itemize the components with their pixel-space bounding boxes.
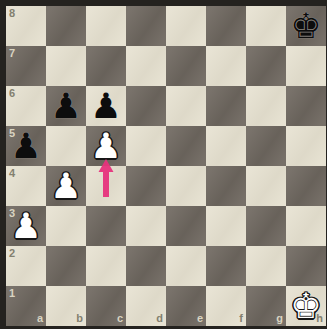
square-h8[interactable]: ♚ <box>286 6 326 46</box>
square-a1[interactable]: 1a <box>6 286 46 326</box>
piece-white-pawn[interactable]: ♟ <box>46 166 86 206</box>
square-h5[interactable] <box>286 126 326 166</box>
square-c8[interactable] <box>86 6 126 46</box>
square-b5[interactable] <box>46 126 86 166</box>
square-c7[interactable] <box>86 46 126 86</box>
coord-file-f: f <box>239 313 243 324</box>
square-f2[interactable] <box>206 246 246 286</box>
square-e1[interactable]: e <box>166 286 206 326</box>
square-e5[interactable] <box>166 126 206 166</box>
square-g8[interactable] <box>246 6 286 46</box>
square-e8[interactable] <box>166 6 206 46</box>
square-h2[interactable] <box>286 246 326 286</box>
piece-black-pawn[interactable]: ♟ <box>6 126 46 166</box>
square-b1[interactable]: b <box>46 286 86 326</box>
square-a7[interactable]: 7 <box>6 46 46 86</box>
square-g4[interactable] <box>246 166 286 206</box>
square-a5[interactable]: 5♟ <box>6 126 46 166</box>
piece-black-king[interactable]: ♚ <box>286 6 326 46</box>
piece-black-pawn[interactable]: ♟ <box>86 86 126 126</box>
square-b4[interactable]: ♟ <box>46 166 86 206</box>
square-h1[interactable]: h♚ <box>286 286 326 326</box>
square-d7[interactable] <box>126 46 166 86</box>
square-e3[interactable] <box>166 206 206 246</box>
coord-file-e: e <box>197 313 203 324</box>
square-a4[interactable]: 4 <box>6 166 46 206</box>
chess-board: 8♚76♟♟5♟♟4♟3♟21abcdefgh♚ <box>6 6 326 326</box>
square-g2[interactable] <box>246 246 286 286</box>
square-e6[interactable] <box>166 86 206 126</box>
square-h4[interactable] <box>286 166 326 206</box>
square-f3[interactable] <box>206 206 246 246</box>
square-d6[interactable] <box>126 86 166 126</box>
square-a3[interactable]: 3♟ <box>6 206 46 246</box>
coord-file-c: c <box>117 313 123 324</box>
coord-file-d: d <box>156 313 163 324</box>
square-b8[interactable] <box>46 6 86 46</box>
piece-black-pawn[interactable]: ♟ <box>46 86 86 126</box>
square-h3[interactable] <box>286 206 326 246</box>
square-e2[interactable] <box>166 246 206 286</box>
coord-rank-8: 8 <box>9 8 15 19</box>
square-f4[interactable] <box>206 166 246 206</box>
square-c1[interactable]: c <box>86 286 126 326</box>
square-g1[interactable]: g <box>246 286 286 326</box>
square-f1[interactable]: f <box>206 286 246 326</box>
square-b7[interactable] <box>46 46 86 86</box>
square-d5[interactable] <box>126 126 166 166</box>
square-d2[interactable] <box>126 246 166 286</box>
piece-white-king[interactable]: ♚ <box>286 286 326 326</box>
square-b6[interactable]: ♟ <box>46 86 86 126</box>
coord-file-b: b <box>76 313 83 324</box>
square-a8[interactable]: 8 <box>6 6 46 46</box>
square-d4[interactable] <box>126 166 166 206</box>
square-h6[interactable] <box>286 86 326 126</box>
square-f7[interactable] <box>206 46 246 86</box>
square-f6[interactable] <box>206 86 246 126</box>
coord-rank-4: 4 <box>9 168 15 179</box>
coord-file-g: g <box>276 313 283 324</box>
coord-rank-7: 7 <box>9 48 15 59</box>
coord-rank-2: 2 <box>9 248 15 259</box>
square-b3[interactable] <box>46 206 86 246</box>
square-d3[interactable] <box>126 206 166 246</box>
square-c4[interactable] <box>86 166 126 206</box>
square-a6[interactable]: 6 <box>6 86 46 126</box>
square-c6[interactable]: ♟ <box>86 86 126 126</box>
coord-file-a: a <box>37 313 43 324</box>
square-c5[interactable]: ♟ <box>86 126 126 166</box>
square-g3[interactable] <box>246 206 286 246</box>
square-f5[interactable] <box>206 126 246 166</box>
square-g6[interactable] <box>246 86 286 126</box>
square-e7[interactable] <box>166 46 206 86</box>
square-c2[interactable] <box>86 246 126 286</box>
chess-board-frame: 8♚76♟♟5♟♟4♟3♟21abcdefgh♚ <box>0 0 327 329</box>
square-h7[interactable] <box>286 46 326 86</box>
square-d1[interactable]: d <box>126 286 166 326</box>
square-a2[interactable]: 2 <box>6 246 46 286</box>
piece-white-pawn[interactable]: ♟ <box>86 126 126 166</box>
piece-white-pawn[interactable]: ♟ <box>6 206 46 246</box>
square-b2[interactable] <box>46 246 86 286</box>
square-f8[interactable] <box>206 6 246 46</box>
square-d8[interactable] <box>126 6 166 46</box>
square-g5[interactable] <box>246 126 286 166</box>
square-g7[interactable] <box>246 46 286 86</box>
coord-rank-6: 6 <box>9 88 15 99</box>
coord-rank-1: 1 <box>9 288 15 299</box>
square-c3[interactable] <box>86 206 126 246</box>
square-e4[interactable] <box>166 166 206 206</box>
